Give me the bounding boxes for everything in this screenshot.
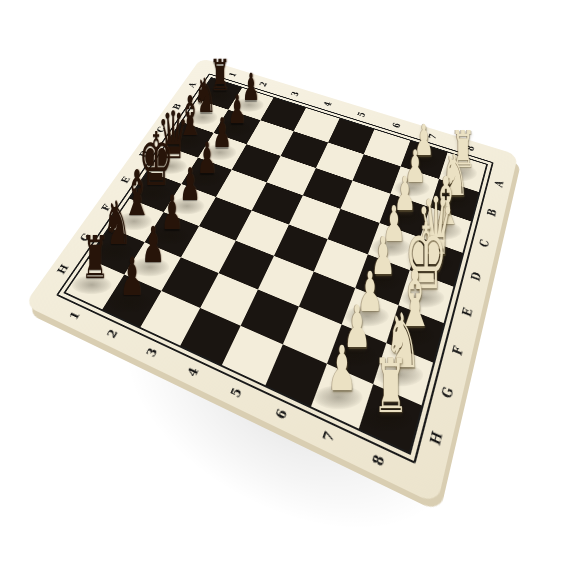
coord-letter-right-H: H — [428, 429, 445, 447]
coord-number-bottom-6: 6 — [273, 407, 289, 421]
coord-number-top-4: 4 — [322, 101, 333, 108]
coord-letter-right-G: G — [440, 384, 456, 400]
coord-number-bottom-7: 7 — [320, 429, 336, 444]
coord-number-bottom-3: 3 — [144, 346, 159, 358]
coord-letter-left-H: H — [56, 263, 71, 275]
coord-number-top-7: 7 — [427, 133, 438, 141]
coord-letter-right-A: A — [493, 179, 505, 188]
coord-number-top-8: 8 — [464, 144, 476, 152]
coord-letter-left-B: B — [171, 103, 183, 111]
coord-number-bottom-2: 2 — [105, 327, 119, 339]
coord-letter-left-G: G — [78, 232, 92, 243]
coord-letter-right-F: F — [450, 344, 465, 357]
coord-number-top-2: 2 — [258, 81, 269, 87]
coord-letter-right-E: E — [460, 306, 474, 318]
coord-number-top-3: 3 — [289, 91, 300, 98]
coord-letter-left-C: C — [155, 125, 167, 133]
coord-letter-left-F: F — [100, 203, 113, 212]
coord-letter-right-D: D — [469, 270, 483, 282]
coord-number-top-5: 5 — [356, 111, 367, 118]
coord-letter-left-A: A — [187, 81, 198, 88]
product-photo-scene: 11AA22BB33CC44DD55EE66FF77GG88HH ♜♞♝♛♚♝♞… — [0, 0, 570, 570]
coord-number-top-6: 6 — [390, 122, 401, 129]
coord-number-top-1: 1 — [227, 71, 237, 77]
coord-number-bottom-8: 8 — [370, 452, 386, 468]
coord-number-bottom-5: 5 — [228, 386, 243, 400]
coord-letter-right-B: B — [485, 207, 498, 217]
coord-letter-left-E: E — [119, 175, 131, 184]
coord-letter-right-C: C — [478, 238, 491, 249]
coord-letter-left-D: D — [138, 149, 151, 158]
coord-number-bottom-1: 1 — [67, 310, 81, 321]
coord-number-bottom-4: 4 — [185, 365, 200, 378]
